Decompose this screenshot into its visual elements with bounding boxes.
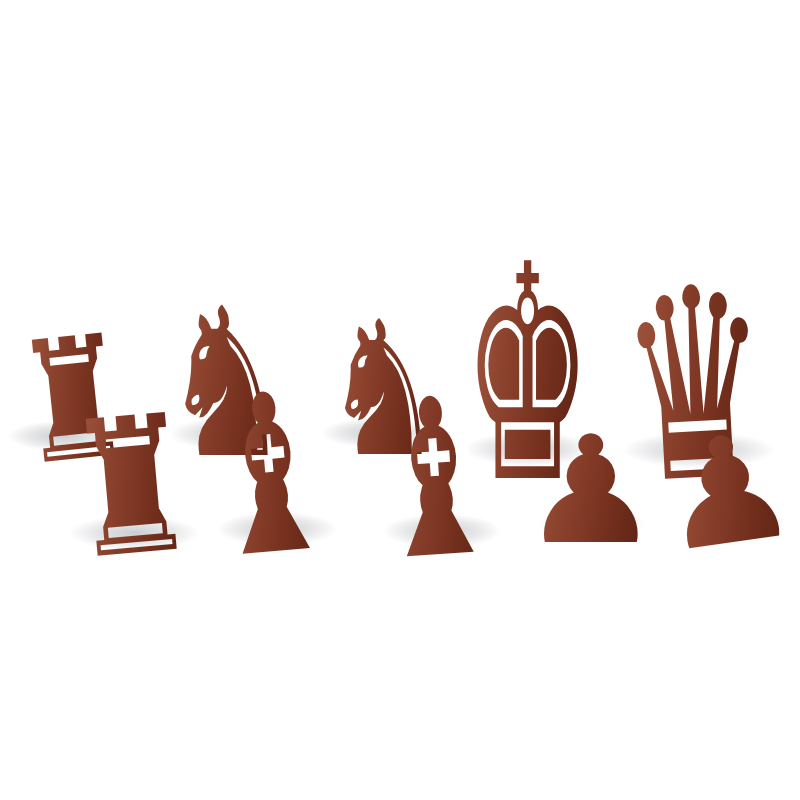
bishop-piece-1: ♝ (216, 375, 320, 541)
bishop-piece-2: ♝ (383, 380, 484, 543)
pawn-glyph: ♟ (521, 416, 661, 565)
rook-piece-2: ♜ (76, 400, 183, 544)
rook-glyph: ♜ (60, 388, 202, 586)
bishop-glyph: ♝ (196, 361, 344, 590)
bishop-glyph: ♝ (363, 367, 506, 592)
chess-pieces-product-photo: ♜ ♞ ♞ ♚ ♛ ♜ ♝ ♝ ♟ ♟ (0, 0, 800, 800)
pawn-glyph: ♟ (649, 410, 800, 575)
pawn-piece-1: ♟ (550, 425, 632, 532)
pawn-piece-2: ♟ (681, 423, 771, 539)
